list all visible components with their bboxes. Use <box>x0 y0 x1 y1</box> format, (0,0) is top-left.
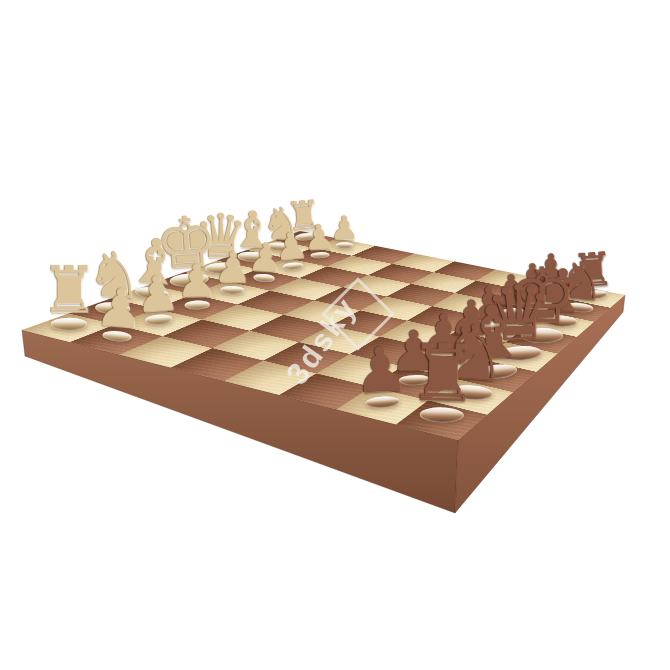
pawn-glyph: ♟ <box>352 338 411 402</box>
pawn-glyph: ♟ <box>246 236 284 277</box>
wobble-base <box>220 286 244 294</box>
rook-glyph: ♜ <box>407 334 479 414</box>
piece-white-pawn: ♟ <box>93 280 146 343</box>
piece-white-rook: ♜ <box>40 258 98 330</box>
wobble-base <box>335 242 353 248</box>
wobble-base <box>253 273 275 282</box>
piece-black-rook: ♜ <box>407 334 480 424</box>
wobble-base <box>145 314 173 325</box>
piece-black-pawn: ♟ <box>352 338 411 410</box>
pawn-glyph: ♟ <box>94 280 146 337</box>
product-render-stage: ♜♞♝♚♛♝♞♜♟♟♟♟♟♟♟♟♟♟♟♟♟♟♟♟♜♞♝♛♚♝♞♜ 3dsky <box>0 0 670 670</box>
pieces-layer: ♜♞♝♚♛♝♞♜♟♟♟♟♟♟♟♟♟♟♟♟♟♟♟♟♜♞♝♛♚♝♞♜ <box>0 0 670 670</box>
piece-white-pawn: ♟ <box>213 247 252 295</box>
wobble-base <box>184 300 209 309</box>
wobble-base <box>51 318 87 330</box>
rook-glyph: ♜ <box>40 258 98 323</box>
pawn-glyph: ♟ <box>213 247 252 290</box>
wobble-base <box>420 408 464 424</box>
piece-white-pawn: ♟ <box>176 258 218 309</box>
wobble-base <box>310 251 329 258</box>
pawn-glyph: ♟ <box>176 258 217 304</box>
